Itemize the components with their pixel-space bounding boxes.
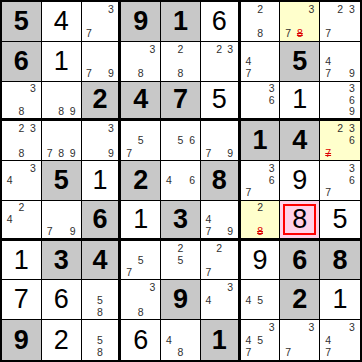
candidate-8: 8 [16,106,28,118]
candidates-grid: 58 [82,320,119,360]
candidate-4: 4 [203,213,214,225]
cell-r8c4[interactable]: 38 [121,280,161,320]
candidate-7: 7 [322,187,334,199]
candidate-5: 5 [254,294,266,306]
digit-solved: 1 [54,48,69,75]
candidate-7: 7 [84,67,95,79]
digit-given: 9 [133,8,148,35]
cell-r9c1[interactable]: 9 [2,320,42,360]
digit-placed: 8 [292,206,307,233]
candidate-3: 3 [346,3,358,15]
cell-r2c5[interactable]: 28 [161,42,201,82]
digit-solved: 6 [212,8,227,35]
candidate-3: 3 [105,3,116,15]
candidates-grid: 237 [320,2,360,41]
candidate-7: 7 [322,28,334,40]
cell-r1c3[interactable]: 37 [82,2,122,42]
candidate-3: 3 [225,43,236,55]
candidate-9: 9 [225,147,236,159]
cell-r9c2[interactable]: 2 [42,320,82,360]
candidate-8: 8 [94,306,105,318]
digit-solved: 6 [133,327,148,354]
cell-r3c9[interactable]: 369 [320,82,360,122]
cell-r7c4[interactable]: 57 [121,241,161,281]
candidate-9: 9 [105,147,116,159]
cell-r2c8[interactable]: 5 [280,42,320,82]
digit-given: 8 [333,247,348,274]
digit-solved: 2 [54,327,69,354]
candidate-7: 7 [123,266,135,278]
cell-r8c7[interactable]: 45 [241,280,281,320]
digit-solved: 1 [292,86,307,113]
candidate-2: 2 [334,122,346,134]
cell-r7c9[interactable]: 8 [320,241,360,281]
candidate-8: 8 [55,106,67,118]
candidate-3: 3 [147,281,159,293]
candidate-3: 3 [225,281,236,293]
candidates-grid: 34 [2,161,41,200]
candidate-9: 9 [105,67,116,79]
candidate-5: 5 [94,334,105,347]
cell-r8c5[interactable]: 9 [161,280,201,320]
candidate-3: 3 [306,321,318,334]
digit-given: 6 [92,206,107,233]
cell-r7c5[interactable]: 25 [161,241,201,281]
candidate-4: 4 [163,174,175,186]
candidate-7: 7 [322,67,334,79]
candidate-8: 8 [175,67,187,79]
candidate-6: 6 [346,174,358,186]
cell-r5c1[interactable]: 34 [2,161,42,201]
cell-r9c8[interactable]: 37 [280,320,320,360]
digit-solved: 1 [92,167,107,194]
candidates-grid: 24 [2,201,41,238]
cell-r8c1[interactable]: 7 [2,280,42,320]
candidates-grid: 3457 [241,320,280,360]
candidate-9: 9 [67,106,79,118]
candidate-8-eliminated: 8 [294,28,306,40]
candidate-8: 8 [135,67,147,79]
candidate-8: 8 [94,346,105,359]
candidates-grid: 46 [161,161,200,200]
candidate-5: 5 [135,135,147,147]
candidates-grid: 45 [241,280,280,319]
candidates-grid: 479 [320,42,360,81]
candidate-9: 9 [346,106,358,118]
cell-r2c6[interactable]: 23 [201,42,241,82]
digit-given: 6 [14,48,29,75]
candidate-4: 4 [163,334,175,347]
candidate-5: 5 [175,135,187,147]
cell-r1c6[interactable]: 6 [201,2,241,42]
candidate-9: 9 [67,225,79,237]
candidates-grid: 378 [280,2,319,41]
digit-solved: 9 [292,167,307,194]
cell-r3c6[interactable]: 5 [201,82,241,122]
candidate-6: 6 [346,135,358,147]
digit-given: 1 [253,127,268,154]
candidates-grid: 37 [82,2,119,41]
candidate-7-eliminated: 7 [322,147,334,159]
cell-r9c4[interactable]: 6 [121,320,161,360]
candidate-7: 7 [282,346,294,359]
digit-given: 4 [92,247,107,274]
candidate-8: 8 [254,28,266,40]
cell-r6c2[interactable]: 79 [42,201,82,241]
cell-r8c9[interactable]: 1 [320,280,360,320]
candidate-4: 4 [203,294,214,306]
candidates-grid: 79 [201,121,238,160]
candidates-grid: 38 [121,280,160,319]
digit-given: 9 [173,286,188,313]
cell-r3c5[interactable]: 7 [161,82,201,122]
candidate-7: 7 [44,225,56,237]
cell-r5c4[interactable]: 2 [121,161,161,201]
digit-given: 6 [292,247,307,274]
candidate-9: 9 [346,67,358,79]
digit-solved: 5 [212,86,227,113]
candidates-grid: 48 [161,320,200,360]
cell-r6c3[interactable]: 6 [82,201,122,241]
cell-r1c8[interactable]: 378 [280,2,320,42]
candidates-grid: 47 [241,42,280,81]
candidate-3: 3 [266,83,278,95]
candidate-7: 7 [203,266,214,278]
candidates-grid: 36 [241,82,280,119]
candidates-grid: 479 [201,201,238,238]
candidate-2: 2 [16,122,28,134]
cell-r6c9[interactable]: 5 [320,201,360,241]
candidate-3: 3 [105,122,116,134]
digit-given: 3 [173,206,188,233]
cell-r6c8[interactable]: 8 [280,201,320,241]
candidate-2: 2 [334,3,346,15]
candidate-2: 2 [175,43,187,55]
cell-r7c2[interactable]: 3 [42,241,82,281]
candidates-grid: 28 [241,201,280,238]
cell-r9c7[interactable]: 3457 [241,320,281,360]
cell-r3c8[interactable]: 1 [280,82,320,122]
cell-r1c5[interactable]: 1 [161,2,201,42]
cell-r7c6[interactable]: 27 [201,241,241,281]
cell-r4c3[interactable]: 39 [82,121,122,161]
cell-r4c9[interactable]: 2367 [320,121,360,161]
candidates-grid: 37 [280,320,319,360]
candidates-grid: 79 [42,201,81,238]
cell-r5c9[interactable]: 367 [320,161,360,201]
cell-r9c3[interactable]: 58 [82,320,122,360]
candidates-grid: 367 [241,161,280,200]
candidate-9: 9 [225,225,236,237]
candidate-3: 3 [27,162,39,174]
candidate-8: 8 [135,306,147,318]
candidate-4: 4 [322,55,334,67]
candidates-grid: 2367 [320,121,360,160]
cell-r2c4[interactable]: 38 [121,42,161,82]
digit-given: 9 [14,327,29,354]
candidate-2: 2 [214,242,225,254]
candidate-6: 6 [266,174,278,186]
candidate-2: 2 [214,43,225,55]
candidate-6: 6 [186,135,198,147]
digit-given: 2 [133,167,148,194]
candidate-8: 8 [16,147,28,159]
candidate-3: 3 [346,122,358,134]
cell-r2c2[interactable]: 1 [42,42,82,82]
digit-given: 5 [54,167,69,194]
candidates-grid: 79 [82,42,119,81]
candidate-2: 2 [254,3,266,15]
cell-r3c7[interactable]: 36 [241,82,281,122]
candidate-5: 5 [254,334,266,347]
cell-r5c3[interactable]: 1 [82,161,122,201]
cell-r4c8[interactable]: 4 [280,121,320,161]
candidate-4: 4 [322,334,334,347]
cell-r6c4[interactable]: 1 [121,201,161,241]
digit-given: 7 [173,86,188,113]
candidate-3: 3 [27,122,39,134]
digit-solved: 5 [333,206,348,233]
candidate-5: 5 [94,294,105,306]
candidate-2: 2 [254,202,266,214]
cell-r1c4[interactable]: 9 [121,2,161,42]
candidates-grid: 23 [201,42,238,81]
cell-r2c3[interactable]: 79 [82,42,122,82]
cell-r5c6[interactable]: 8 [201,161,241,201]
cell-r5c5[interactable]: 46 [161,161,201,201]
cell-r3c4[interactable]: 4 [121,82,161,122]
candidate-3: 3 [346,162,358,174]
candidate-3: 3 [27,83,39,95]
cell-r8c2[interactable]: 6 [42,280,82,320]
candidate-7: 7 [44,147,56,159]
digit-given: 5 [14,8,29,35]
cell-r4c6[interactable]: 79 [201,121,241,161]
digit-solved: 1 [133,206,148,233]
candidate-5: 5 [175,254,187,266]
digit-solved: 9 [253,247,268,274]
cell-r1c2[interactable]: 4 [42,2,82,42]
candidates-grid: 34 [201,280,238,319]
candidate-4: 4 [243,334,255,347]
digit-given: 4 [133,86,148,113]
digit-given: 1 [212,327,227,354]
digit-given: 2 [92,86,107,113]
digit-given: 1 [173,8,188,35]
candidate-3: 3 [346,321,358,334]
candidate-3: 3 [266,321,278,334]
cell-r6c5[interactable]: 3 [161,201,201,241]
digit-solved: 1 [14,247,29,274]
candidate-9: 9 [67,147,79,159]
cell-r1c7[interactable]: 28 [241,2,281,42]
cell-r3c3[interactable]: 2 [82,82,122,122]
cell-r6c1[interactable]: 24 [2,201,42,241]
cell-r5c8[interactable]: 9 [280,161,320,201]
candidate-4: 4 [243,55,255,67]
candidate-2: 2 [16,202,28,214]
candidate-7: 7 [282,28,294,40]
candidate-7: 7 [84,28,95,40]
digit-given: 5 [292,48,307,75]
candidates-grid: 57 [121,241,160,280]
candidate-6: 6 [186,174,198,186]
digit-solved: 4 [54,8,69,35]
digit-given: 3 [54,247,69,274]
cell-r6c7[interactable]: 28 [241,201,281,241]
cell-r6c6[interactable]: 479 [201,201,241,241]
cell-r2c1[interactable]: 6 [2,42,42,82]
candidate-7: 7 [123,147,135,159]
candidate-3: 3 [266,162,278,174]
cell-r7c1[interactable]: 1 [2,241,42,281]
cell-r8c6[interactable]: 34 [201,280,241,320]
candidates-grid: 347 [320,320,360,360]
candidate-7: 7 [203,225,214,237]
candidate-7: 7 [203,147,214,159]
digit-solved: 1 [333,286,348,313]
digit-solved: 6 [54,286,69,313]
candidate-4: 4 [4,213,16,225]
cell-r7c8[interactable]: 6 [280,241,320,281]
cell-r2c9[interactable]: 479 [320,42,360,82]
candidates-grid: 789 [42,121,81,160]
candidates-grid: 369 [320,82,360,119]
cell-r9c5[interactable]: 48 [161,320,201,360]
cell-r1c1[interactable]: 5 [2,2,42,42]
cell-r8c3[interactable]: 58 [82,280,122,320]
cell-r8c8[interactable]: 2 [280,280,320,320]
sudoku-board: 5437916283782376179382823475479388924753… [0,0,362,362]
candidates-grid: 28 [161,42,200,81]
candidates-grid: 38 [2,82,41,119]
candidate-6: 6 [346,94,358,106]
candidate-8: 8 [55,147,67,159]
cell-r4c2[interactable]: 789 [42,121,82,161]
candidate-6: 6 [266,94,278,106]
cell-r7c7[interactable]: 9 [241,241,281,281]
candidate-2: 2 [175,242,187,254]
candidates-grid: 27 [201,241,238,280]
candidate-3: 3 [147,43,159,55]
cell-r2c7[interactable]: 47 [241,42,281,82]
candidates-grid: 56 [161,121,200,160]
cell-r4c4[interactable]: 57 [121,121,161,161]
digit-solved: 7 [14,286,29,313]
candidates-grid: 57 [121,121,160,160]
candidates-grid: 28 [241,2,280,41]
candidates-grid: 25 [161,241,200,280]
cell-r5c2[interactable]: 5 [42,161,82,201]
candidates-grid: 367 [320,161,360,200]
cell-r1c9[interactable]: 237 [320,2,360,42]
cell-r9c9[interactable]: 347 [320,320,360,360]
candidate-8: 8 [175,346,187,359]
cell-r3c2[interactable]: 89 [42,82,82,122]
digit-given: 8 [212,167,227,194]
candidates-grid: 58 [82,280,119,319]
candidate-3: 3 [346,83,358,95]
candidates-grid: 238 [2,121,41,160]
candidate-7: 7 [243,346,255,359]
candidates-grid: 38 [121,42,160,81]
candidate-5: 5 [135,254,147,266]
cell-r3c1[interactable]: 38 [2,82,42,122]
candidate-7: 7 [322,346,334,359]
candidate-7: 7 [243,67,255,79]
cell-r9c6[interactable]: 1 [201,320,241,360]
digit-given: 4 [292,127,307,154]
candidate-7: 7 [243,187,255,199]
cell-r4c5[interactable]: 56 [161,121,201,161]
candidates-grid: 39 [82,121,119,160]
cell-r7c3[interactable]: 4 [82,241,122,281]
candidate-3: 3 [306,3,318,15]
cell-r4c7[interactable]: 1 [241,121,281,161]
digit-given: 2 [292,286,307,313]
candidate-4: 4 [243,294,255,306]
cell-r4c1[interactable]: 238 [2,121,42,161]
candidates-grid: 89 [42,82,81,119]
cell-r5c7[interactable]: 367 [241,161,281,201]
candidate-4: 4 [4,174,16,186]
candidate-8-eliminated: 8 [254,225,266,237]
